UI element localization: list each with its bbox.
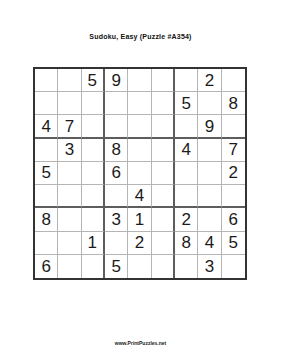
sudoku-cell [82,162,105,185]
sudoku-cell: 2 [222,162,245,185]
sudoku-cell [128,139,151,162]
sudoku-cell [58,162,81,185]
sudoku-cell [152,92,175,115]
sudoku-cell [175,69,198,92]
sudoku-cell [152,162,175,185]
sudoku-cell: 2 [198,69,221,92]
sudoku-cell: 8 [175,232,198,255]
sudoku-cell [58,208,81,231]
sudoku-cell: 3 [198,255,221,278]
sudoku-cell: 5 [175,92,198,115]
sudoku-cell [128,92,151,115]
sudoku-cell [58,69,81,92]
sudoku-cell: 7 [58,115,81,138]
sudoku-cell [82,115,105,138]
sudoku-cell: 5 [105,255,128,278]
sudoku-cell: 8 [222,92,245,115]
sudoku-cell [35,232,58,255]
sudoku-cell [128,115,151,138]
sudoku-cell [35,139,58,162]
sudoku-cell: 3 [105,208,128,231]
sudoku-cell: 7 [222,139,245,162]
sudoku-cell [82,255,105,278]
sudoku-cell [198,162,221,185]
sudoku-cell [105,185,128,208]
sudoku-cell: 9 [105,69,128,92]
sudoku-cell [105,92,128,115]
sudoku-cell: 4 [128,185,151,208]
sudoku-cell: 1 [128,208,151,231]
sudoku-cell: 6 [222,208,245,231]
sudoku-cell: 6 [105,162,128,185]
sudoku-cell [175,255,198,278]
sudoku-cell [198,92,221,115]
sudoku-cell: 4 [198,232,221,255]
sudoku-cell [105,232,128,255]
sudoku-cell [82,92,105,115]
sudoku-cell: 3 [58,139,81,162]
sudoku-cell: 6 [35,255,58,278]
sudoku-cell: 5 [82,69,105,92]
sudoku-cell [222,185,245,208]
sudoku-cell [82,185,105,208]
page-title: Sudoku, Easy (Puzzle #A354) [0,33,281,40]
sudoku-cell [198,139,221,162]
sudoku-cell [58,185,81,208]
sudoku-cell [82,208,105,231]
sudoku-cell [198,185,221,208]
sudoku-cell: 2 [175,208,198,231]
sudoku-cell [82,139,105,162]
footer-url: www.PrintPuzzles.net [0,340,281,346]
sudoku-cell [152,255,175,278]
sudoku-cell [58,232,81,255]
sudoku-cell [58,255,81,278]
sudoku-cell [152,185,175,208]
sudoku-cell [175,185,198,208]
sudoku-cell: 1 [82,232,105,255]
sudoku-cell [222,255,245,278]
sudoku-cell [198,208,221,231]
sudoku-cell [128,255,151,278]
sudoku-cell: 8 [35,208,58,231]
sudoku-cell [58,92,81,115]
sudoku-cell: 8 [105,139,128,162]
sudoku-cell [35,185,58,208]
sudoku-cell [128,69,151,92]
sudoku-cell [222,115,245,138]
sudoku-cell [175,115,198,138]
sudoku-cell: 5 [222,232,245,255]
sudoku-cell [175,162,198,185]
sudoku-cell: 4 [35,115,58,138]
sudoku-cell [152,139,175,162]
sudoku-cell [128,162,151,185]
sudoku-cell: 4 [175,139,198,162]
sudoku-cell [152,208,175,231]
sudoku-cell [105,115,128,138]
sudoku-cell [152,115,175,138]
sudoku-cell [222,69,245,92]
sudoku-cell [35,92,58,115]
sudoku-cell: 5 [35,162,58,185]
sudoku-cell [35,69,58,92]
sudoku-cell [152,232,175,255]
sudoku-cell: 9 [198,115,221,138]
page: Sudoku, Easy (Puzzle #A354) 592584793847… [0,0,281,363]
sudoku-board: 59258479384756248312612845653 [33,67,247,280]
sudoku-cell: 2 [128,232,151,255]
sudoku-cell [152,69,175,92]
